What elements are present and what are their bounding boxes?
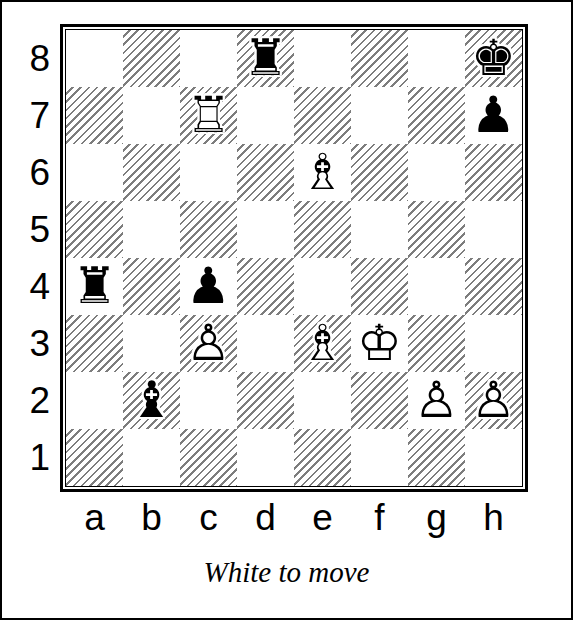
square-d5[interactable] xyxy=(237,201,294,258)
square-h5[interactable] xyxy=(465,201,522,258)
rank-label-6: 6 xyxy=(2,144,54,201)
square-a2[interactable] xyxy=(66,372,123,429)
piece-white-pawn[interactable]: ♟♙ xyxy=(408,372,465,429)
black-pawn-glyph: ♟ xyxy=(465,87,522,144)
file-label-c: c xyxy=(180,498,237,538)
square-c4[interactable]: ♟♟ xyxy=(180,258,237,315)
square-d8[interactable]: ♜♜ xyxy=(237,30,294,87)
square-c3[interactable]: ♟♙ xyxy=(180,315,237,372)
chess-diagram-page: 87654321 ♜♜♚♚♜♖♟♟♝♗♜♜♟♟♟♙♝♗♚♔♝♝♟♙♟♙ abcd… xyxy=(0,0,573,620)
square-b2[interactable]: ♝♝ xyxy=(123,372,180,429)
square-a5[interactable] xyxy=(66,201,123,258)
piece-black-pawn[interactable]: ♟♟ xyxy=(180,258,237,315)
square-e6[interactable]: ♝♗ xyxy=(294,144,351,201)
file-label-h: h xyxy=(465,498,522,538)
file-label-e: e xyxy=(294,498,351,538)
black-rook-glyph: ♜ xyxy=(66,258,123,315)
white-bishop-glyph: ♗ xyxy=(294,144,351,201)
piece-black-rook[interactable]: ♜♜ xyxy=(237,30,294,87)
piece-black-rook[interactable]: ♜♜ xyxy=(66,258,123,315)
square-d6[interactable] xyxy=(237,144,294,201)
square-f2[interactable] xyxy=(351,372,408,429)
square-g1[interactable] xyxy=(408,429,465,486)
square-c5[interactable] xyxy=(180,201,237,258)
piece-white-pawn[interactable]: ♟♙ xyxy=(180,315,237,372)
black-bishop-glyph: ♝ xyxy=(123,372,180,429)
square-e8[interactable] xyxy=(294,30,351,87)
square-h1[interactable] xyxy=(465,429,522,486)
file-label-f: f xyxy=(351,498,408,538)
square-g7[interactable] xyxy=(408,87,465,144)
caption-side-to-move: White to move xyxy=(2,556,571,589)
square-d7[interactable] xyxy=(237,87,294,144)
rank-label-8: 8 xyxy=(2,30,54,87)
file-label-b: b xyxy=(123,498,180,538)
piece-white-pawn[interactable]: ♟♙ xyxy=(465,372,522,429)
square-e5[interactable] xyxy=(294,201,351,258)
square-c6[interactable] xyxy=(180,144,237,201)
file-label-d: d xyxy=(237,498,294,538)
rank-label-3: 3 xyxy=(2,315,54,372)
square-g8[interactable] xyxy=(408,30,465,87)
square-g5[interactable] xyxy=(408,201,465,258)
piece-white-bishop[interactable]: ♝♗ xyxy=(294,315,351,372)
square-b3[interactable] xyxy=(123,315,180,372)
rank-label-5: 5 xyxy=(2,201,54,258)
square-f4[interactable] xyxy=(351,258,408,315)
square-a4[interactable]: ♜♜ xyxy=(66,258,123,315)
square-a7[interactable] xyxy=(66,87,123,144)
square-b4[interactable] xyxy=(123,258,180,315)
square-g6[interactable] xyxy=(408,144,465,201)
square-f5[interactable] xyxy=(351,201,408,258)
square-e3[interactable]: ♝♗ xyxy=(294,315,351,372)
square-f1[interactable] xyxy=(351,429,408,486)
square-h8[interactable]: ♚♚ xyxy=(465,30,522,87)
piece-white-bishop[interactable]: ♝♗ xyxy=(294,144,351,201)
rank-label-2: 2 xyxy=(2,372,54,429)
white-pawn-glyph: ♙ xyxy=(180,315,237,372)
white-king-glyph: ♔ xyxy=(351,315,408,372)
square-a3[interactable] xyxy=(66,315,123,372)
board-inner-border: ♜♜♚♚♜♖♟♟♝♗♜♜♟♟♟♙♝♗♚♔♝♝♟♙♟♙ xyxy=(65,29,523,487)
black-pawn-glyph: ♟ xyxy=(180,258,237,315)
square-c8[interactable] xyxy=(180,30,237,87)
square-a1[interactable] xyxy=(66,429,123,486)
square-f7[interactable] xyxy=(351,87,408,144)
piece-black-pawn[interactable]: ♟♟ xyxy=(465,87,522,144)
square-b8[interactable] xyxy=(123,30,180,87)
square-h4[interactable] xyxy=(465,258,522,315)
square-a6[interactable] xyxy=(66,144,123,201)
square-f6[interactable] xyxy=(351,144,408,201)
square-h3[interactable] xyxy=(465,315,522,372)
square-h6[interactable] xyxy=(465,144,522,201)
file-label-g: g xyxy=(408,498,465,538)
rank-label-1: 1 xyxy=(2,429,54,486)
square-d1[interactable] xyxy=(237,429,294,486)
piece-black-king[interactable]: ♚♚ xyxy=(465,30,522,87)
piece-white-rook[interactable]: ♜♖ xyxy=(180,87,237,144)
square-c7[interactable]: ♜♖ xyxy=(180,87,237,144)
black-rook-glyph: ♜ xyxy=(237,30,294,87)
piece-white-king[interactable]: ♚♔ xyxy=(351,315,408,372)
square-g2[interactable]: ♟♙ xyxy=(408,372,465,429)
white-rook-glyph: ♖ xyxy=(180,87,237,144)
white-bishop-glyph: ♗ xyxy=(294,315,351,372)
square-b7[interactable] xyxy=(123,87,180,144)
square-e2[interactable] xyxy=(294,372,351,429)
square-d3[interactable] xyxy=(237,315,294,372)
file-labels: abcdefgh xyxy=(66,498,522,538)
square-e1[interactable] xyxy=(294,429,351,486)
rank-labels: 87654321 xyxy=(2,30,54,486)
square-g3[interactable] xyxy=(408,315,465,372)
square-f8[interactable] xyxy=(351,30,408,87)
rank-label-7: 7 xyxy=(2,87,54,144)
square-c1[interactable] xyxy=(180,429,237,486)
square-b5[interactable] xyxy=(123,201,180,258)
chess-board: ♜♜♚♚♜♖♟♟♝♗♜♜♟♟♟♙♝♗♚♔♝♝♟♙♟♙ xyxy=(66,30,522,486)
square-f3[interactable]: ♚♔ xyxy=(351,315,408,372)
file-label-a: a xyxy=(66,498,123,538)
square-e7[interactable] xyxy=(294,87,351,144)
square-a8[interactable] xyxy=(66,30,123,87)
square-h2[interactable]: ♟♙ xyxy=(465,372,522,429)
square-h7[interactable]: ♟♟ xyxy=(465,87,522,144)
square-d2[interactable] xyxy=(237,372,294,429)
square-b1[interactable] xyxy=(123,429,180,486)
white-pawn-glyph: ♙ xyxy=(465,372,522,429)
square-e4[interactable] xyxy=(294,258,351,315)
board-frame: ♜♜♚♚♜♖♟♟♝♗♜♜♟♟♟♙♝♗♚♔♝♝♟♙♟♙ xyxy=(60,24,528,492)
square-b6[interactable] xyxy=(123,144,180,201)
rank-label-4: 4 xyxy=(2,258,54,315)
white-pawn-glyph: ♙ xyxy=(408,372,465,429)
square-g4[interactable] xyxy=(408,258,465,315)
square-d4[interactable] xyxy=(237,258,294,315)
black-king-glyph: ♚ xyxy=(465,30,522,87)
piece-black-bishop[interactable]: ♝♝ xyxy=(123,372,180,429)
square-c2[interactable] xyxy=(180,372,237,429)
